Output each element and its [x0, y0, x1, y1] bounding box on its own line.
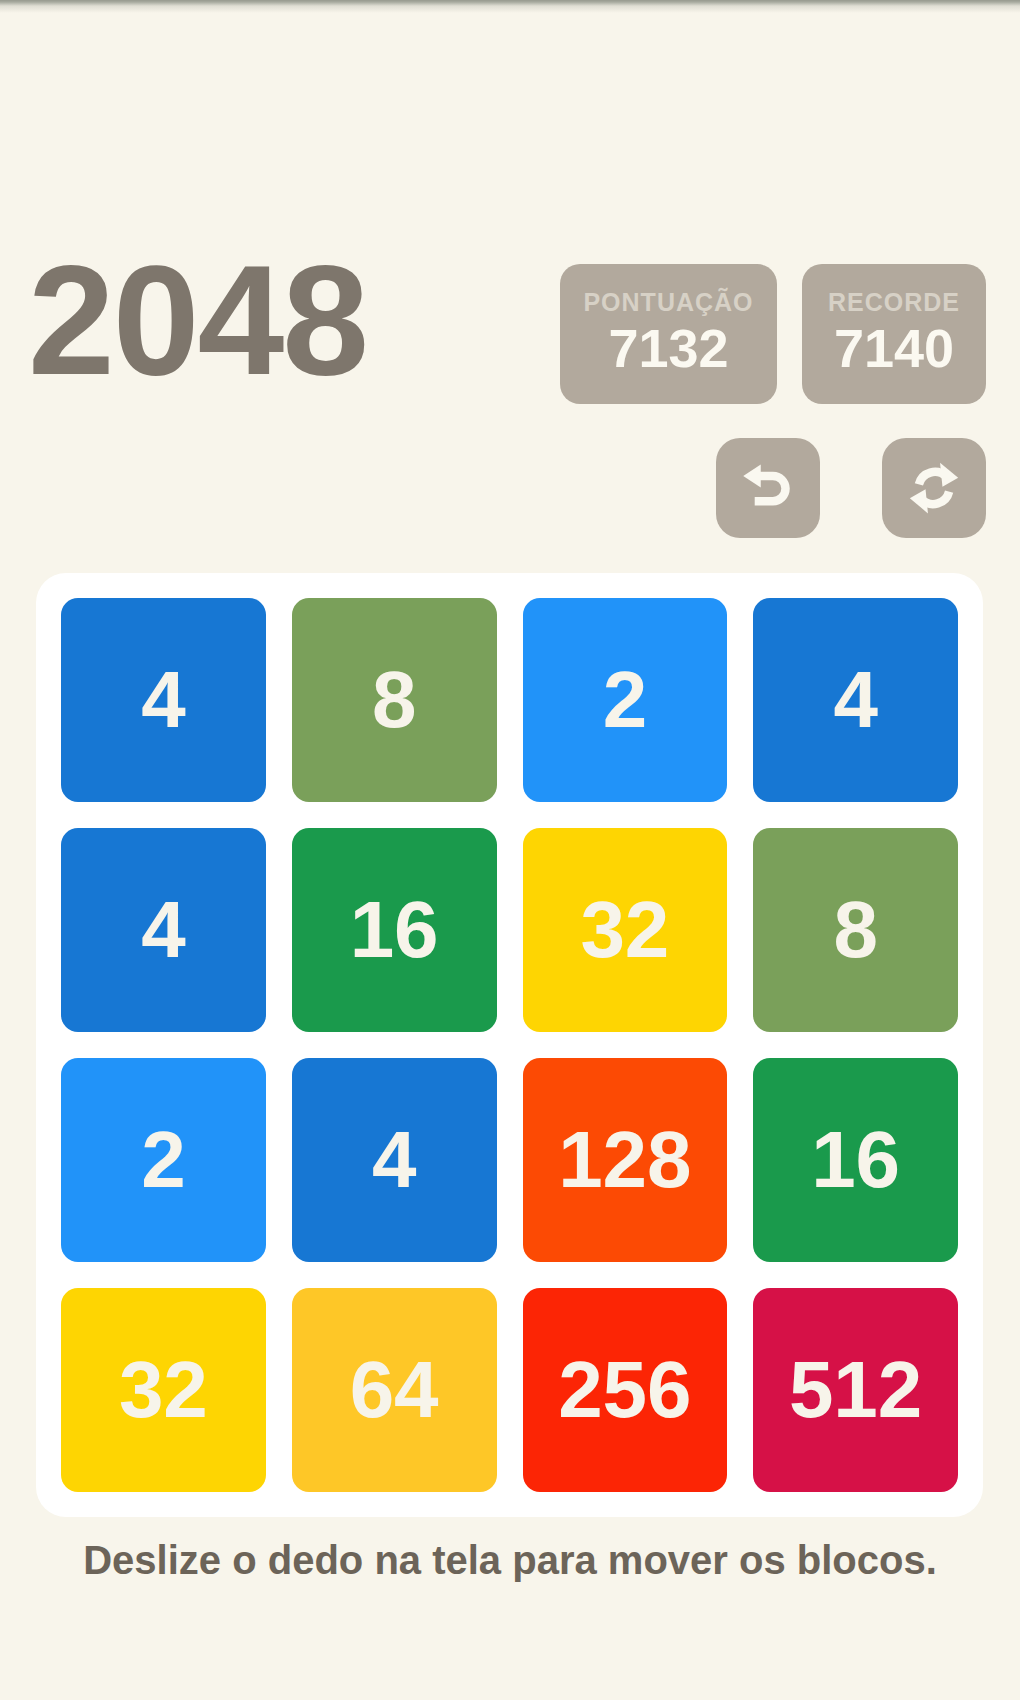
tile-4: 4 [61, 598, 266, 802]
page-title: 2048 [28, 242, 367, 398]
tile-256: 256 [523, 1288, 728, 1492]
score-label: PONTUAÇÃO [583, 289, 753, 317]
board[interactable]: 482441632824128163264256512 [36, 573, 983, 1517]
tile-4: 4 [61, 828, 266, 1032]
instruction-text: Deslize o dedo na tela para mover os blo… [0, 1538, 1020, 1583]
refresh-icon [905, 459, 963, 517]
tile-512: 512 [753, 1288, 958, 1492]
best-label: RECORDE [828, 289, 960, 317]
tile-4: 4 [753, 598, 958, 802]
restart-button[interactable] [882, 438, 986, 538]
undo-button[interactable] [716, 438, 820, 538]
tile-8: 8 [753, 828, 958, 1032]
tile-32: 32 [523, 828, 728, 1032]
tile-32: 32 [61, 1288, 266, 1492]
score-box: PONTUAÇÃO 7132 [560, 264, 777, 404]
tile-64: 64 [292, 1288, 497, 1492]
tile-16: 16 [292, 828, 497, 1032]
tile-2: 2 [523, 598, 728, 802]
top-shadow [0, 0, 1020, 14]
tile-2: 2 [61, 1058, 266, 1262]
undo-icon [739, 459, 797, 517]
tile-128: 128 [523, 1058, 728, 1262]
tile-16: 16 [753, 1058, 958, 1262]
tile-4: 4 [292, 1058, 497, 1262]
best-value: 7140 [834, 317, 954, 379]
best-box: RECORDE 7140 [802, 264, 986, 404]
score-value: 7132 [608, 317, 728, 379]
tile-8: 8 [292, 598, 497, 802]
